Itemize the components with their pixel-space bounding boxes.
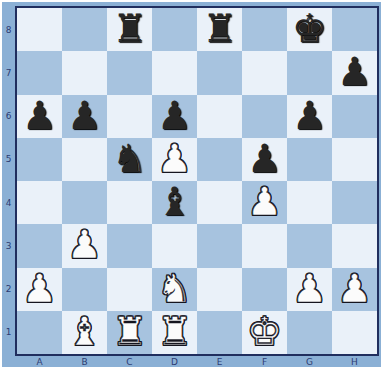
piece-white-king-f1[interactable]: ♚ xyxy=(247,312,282,351)
square-g1[interactable] xyxy=(287,311,332,354)
file-labels: ABCDEFGH xyxy=(17,356,377,367)
square-b2[interactable] xyxy=(62,268,107,311)
piece-black-pawn-a6[interactable]: ♟ xyxy=(22,96,57,135)
square-c8[interactable]: ♜ xyxy=(107,8,152,51)
square-b4[interactable] xyxy=(62,181,107,224)
board-frame: 87654321 ♜♜♚♟♟♟♟♟♞♟♟♝♟♟♟♞♟♟♝♜♜♚ ABCDEFGH xyxy=(2,2,381,367)
square-f8[interactable] xyxy=(242,8,287,51)
rank-label-3: 3 xyxy=(2,224,15,267)
square-g7[interactable] xyxy=(287,51,332,94)
piece-black-pawn-f5[interactable]: ♟ xyxy=(247,139,282,178)
piece-white-pawn-g2[interactable]: ♟ xyxy=(292,269,327,308)
square-e5[interactable] xyxy=(197,138,242,181)
piece-black-pawn-g6[interactable]: ♟ xyxy=(292,96,327,135)
piece-white-bishop-b1[interactable]: ♝ xyxy=(67,312,102,351)
square-d6[interactable]: ♟ xyxy=(152,95,197,138)
square-h6[interactable] xyxy=(332,95,377,138)
square-g6[interactable]: ♟ xyxy=(287,95,332,138)
square-f2[interactable] xyxy=(242,268,287,311)
rank-label-5: 5 xyxy=(2,138,15,181)
square-h7[interactable]: ♟ xyxy=(332,51,377,94)
file-label-b: B xyxy=(62,356,107,367)
square-e1[interactable] xyxy=(197,311,242,354)
square-f1[interactable]: ♚ xyxy=(242,311,287,354)
file-label-h: H xyxy=(332,356,377,367)
square-c5[interactable]: ♞ xyxy=(107,138,152,181)
piece-black-pawn-b6[interactable]: ♟ xyxy=(67,96,102,135)
square-d2[interactable]: ♞ xyxy=(152,268,197,311)
rank-label-2: 2 xyxy=(2,268,15,311)
square-g3[interactable] xyxy=(287,224,332,267)
piece-black-pawn-h7[interactable]: ♟ xyxy=(337,52,372,91)
piece-white-knight-d2[interactable]: ♞ xyxy=(157,269,192,308)
chess-board-widget: 87654321 ♜♜♚♟♟♟♟♟♞♟♟♝♟♟♟♞♟♟♝♜♜♚ ABCDEFGH xyxy=(0,0,381,367)
square-h8[interactable] xyxy=(332,8,377,51)
square-a7[interactable] xyxy=(17,51,62,94)
rank-labels: 87654321 xyxy=(2,8,15,354)
piece-white-pawn-f4[interactable]: ♟ xyxy=(247,182,282,221)
rank-label-4: 4 xyxy=(2,181,15,224)
square-e2[interactable] xyxy=(197,268,242,311)
square-a4[interactable] xyxy=(17,181,62,224)
square-c4[interactable] xyxy=(107,181,152,224)
piece-white-pawn-b3[interactable]: ♟ xyxy=(67,225,102,264)
square-a3[interactable] xyxy=(17,224,62,267)
rank-label-7: 7 xyxy=(2,51,15,94)
square-c2[interactable] xyxy=(107,268,152,311)
rank-label-6: 6 xyxy=(2,95,15,138)
square-a2[interactable]: ♟ xyxy=(17,268,62,311)
square-d7[interactable] xyxy=(152,51,197,94)
file-label-c: C xyxy=(107,356,152,367)
square-d4[interactable]: ♝ xyxy=(152,181,197,224)
square-d8[interactable] xyxy=(152,8,197,51)
square-b8[interactable] xyxy=(62,8,107,51)
square-g2[interactable]: ♟ xyxy=(287,268,332,311)
piece-black-rook-e8[interactable]: ♜ xyxy=(202,9,237,48)
square-b3[interactable]: ♟ xyxy=(62,224,107,267)
square-h2[interactable]: ♟ xyxy=(332,268,377,311)
square-h4[interactable] xyxy=(332,181,377,224)
piece-black-pawn-d6[interactable]: ♟ xyxy=(157,96,192,135)
piece-black-king-g8[interactable]: ♚ xyxy=(292,9,327,48)
square-g4[interactable] xyxy=(287,181,332,224)
square-h1[interactable] xyxy=(332,311,377,354)
square-h5[interactable] xyxy=(332,138,377,181)
piece-white-pawn-h2[interactable]: ♟ xyxy=(337,269,372,308)
square-b6[interactable]: ♟ xyxy=(62,95,107,138)
piece-black-rook-c8[interactable]: ♜ xyxy=(112,9,147,48)
square-e4[interactable] xyxy=(197,181,242,224)
piece-white-pawn-a2[interactable]: ♟ xyxy=(22,269,57,308)
square-f3[interactable] xyxy=(242,224,287,267)
square-d1[interactable]: ♜ xyxy=(152,311,197,354)
square-a6[interactable]: ♟ xyxy=(17,95,62,138)
square-h3[interactable] xyxy=(332,224,377,267)
square-g5[interactable] xyxy=(287,138,332,181)
square-e3[interactable] xyxy=(197,224,242,267)
square-f5[interactable]: ♟ xyxy=(242,138,287,181)
square-a5[interactable] xyxy=(17,138,62,181)
square-b5[interactable] xyxy=(62,138,107,181)
square-c1[interactable]: ♜ xyxy=(107,311,152,354)
square-b7[interactable] xyxy=(62,51,107,94)
file-label-g: G xyxy=(287,356,332,367)
square-d3[interactable] xyxy=(152,224,197,267)
file-label-a: A xyxy=(17,356,62,367)
piece-black-knight-c5[interactable]: ♞ xyxy=(112,139,147,178)
square-g8[interactable]: ♚ xyxy=(287,8,332,51)
square-e6[interactable] xyxy=(197,95,242,138)
piece-black-bishop-d4[interactable]: ♝ xyxy=(157,182,192,221)
square-a1[interactable] xyxy=(17,311,62,354)
file-label-e: E xyxy=(197,356,242,367)
square-e7[interactable] xyxy=(197,51,242,94)
rank-label-1: 1 xyxy=(2,311,15,354)
piece-white-pawn-d5[interactable]: ♟ xyxy=(157,139,192,178)
rank-label-8: 8 xyxy=(2,8,15,51)
square-f6[interactable] xyxy=(242,95,287,138)
square-a8[interactable] xyxy=(17,8,62,51)
square-c7[interactable] xyxy=(107,51,152,94)
square-b1[interactable]: ♝ xyxy=(62,311,107,354)
file-label-d: D xyxy=(152,356,197,367)
chess-board: ♜♜♚♟♟♟♟♟♞♟♟♝♟♟♟♞♟♟♝♜♜♚ xyxy=(15,6,379,356)
square-c3[interactable] xyxy=(107,224,152,267)
square-c6[interactable] xyxy=(107,95,152,138)
piece-white-rook-c1[interactable]: ♜ xyxy=(112,312,147,351)
square-e8[interactable]: ♜ xyxy=(197,8,242,51)
square-d5[interactable]: ♟ xyxy=(152,138,197,181)
file-label-f: F xyxy=(242,356,287,367)
piece-white-rook-d1[interactable]: ♜ xyxy=(157,312,192,351)
square-f7[interactable] xyxy=(242,51,287,94)
square-f4[interactable]: ♟ xyxy=(242,181,287,224)
